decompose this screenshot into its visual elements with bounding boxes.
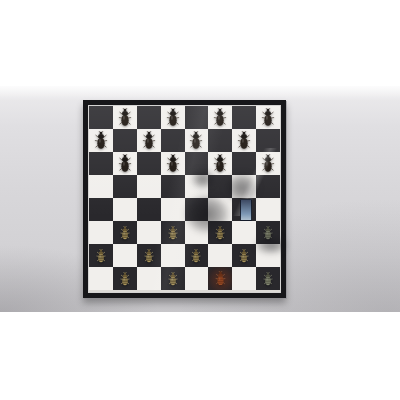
board-frame bbox=[83, 100, 286, 298]
square-r4c8 bbox=[256, 175, 280, 198]
square-r3c7 bbox=[232, 152, 256, 175]
black-beetle-piece bbox=[189, 131, 203, 150]
square-r1c6 bbox=[208, 106, 232, 129]
black-beetle-piece bbox=[94, 131, 108, 150]
square-r3c8 bbox=[256, 152, 280, 175]
square-r8c4 bbox=[161, 267, 185, 290]
black-beetle-piece bbox=[261, 154, 275, 173]
square-r1c8 bbox=[256, 106, 280, 129]
square-r7c7 bbox=[232, 244, 256, 267]
square-r1c3 bbox=[137, 106, 161, 129]
gold-beetle-piece bbox=[144, 249, 154, 263]
black-beetle-piece bbox=[166, 108, 180, 127]
square-r8c1 bbox=[89, 267, 113, 290]
pale-beetle-piece bbox=[263, 272, 273, 286]
black-beetle-piece bbox=[261, 108, 275, 127]
black-beetle-piece bbox=[237, 131, 251, 150]
gold-beetle-piece bbox=[168, 226, 178, 240]
square-r7c5 bbox=[185, 244, 209, 267]
square-r6c3 bbox=[137, 221, 161, 244]
gold-beetle-piece bbox=[120, 272, 130, 286]
square-r2c6 bbox=[208, 129, 232, 152]
gold-beetle-piece bbox=[215, 226, 225, 240]
black-beetle-piece bbox=[142, 131, 156, 150]
gold-beetle-piece bbox=[96, 249, 106, 263]
square-r3c2 bbox=[113, 152, 137, 175]
square-r7c8 bbox=[256, 244, 280, 267]
gold-beetle-piece bbox=[191, 249, 201, 263]
square-r1c1 bbox=[89, 106, 113, 129]
square-r2c7 bbox=[232, 129, 256, 152]
square-r5c7 bbox=[232, 198, 256, 221]
black-beetle-piece bbox=[118, 108, 132, 127]
square-r5c6 bbox=[208, 198, 232, 221]
square-r2c8 bbox=[256, 129, 280, 152]
square-r6c2 bbox=[113, 221, 137, 244]
square-r4c6 bbox=[208, 175, 232, 198]
square-r6c7 bbox=[232, 221, 256, 244]
square-r2c1 bbox=[89, 129, 113, 152]
square-r6c8 bbox=[256, 221, 280, 244]
square-r3c3 bbox=[137, 152, 161, 175]
square-r8c8 bbox=[256, 267, 280, 290]
square-r7c1 bbox=[89, 244, 113, 267]
black-beetle-piece bbox=[213, 108, 227, 127]
square-r4c1 bbox=[89, 175, 113, 198]
black-beetle-piece bbox=[166, 154, 180, 173]
square-r3c5 bbox=[185, 152, 209, 175]
letterbox-bottom bbox=[0, 312, 400, 400]
red-beetle-piece bbox=[215, 271, 226, 286]
square-r7c3 bbox=[137, 244, 161, 267]
square-r6c5 bbox=[185, 221, 209, 244]
black-beetle-piece bbox=[213, 154, 227, 173]
square-r5c3 bbox=[137, 198, 161, 221]
board-grid bbox=[89, 106, 280, 290]
square-r1c2 bbox=[113, 106, 137, 129]
square-r3c1 bbox=[89, 152, 113, 175]
square-r8c7 bbox=[232, 267, 256, 290]
square-r3c4 bbox=[161, 152, 185, 175]
square-r5c1 bbox=[89, 198, 113, 221]
square-r6c6 bbox=[208, 221, 232, 244]
square-r1c5 bbox=[185, 106, 209, 129]
square-r5c8 bbox=[256, 198, 280, 221]
square-r8c2 bbox=[113, 267, 137, 290]
square-r2c3 bbox=[137, 129, 161, 152]
square-r6c4 bbox=[161, 221, 185, 244]
square-r8c6 bbox=[208, 267, 232, 290]
square-r4c4 bbox=[161, 175, 185, 198]
square-r4c7 bbox=[232, 175, 256, 198]
square-r7c2 bbox=[113, 244, 137, 267]
black-beetle-piece bbox=[118, 154, 132, 173]
wall-highlight bbox=[0, 86, 400, 100]
square-r5c4 bbox=[161, 198, 185, 221]
square-r8c5 bbox=[185, 267, 209, 290]
square-r4c3 bbox=[137, 175, 161, 198]
square-r1c4 bbox=[161, 106, 185, 129]
pale-beetle-piece bbox=[263, 226, 273, 240]
square-r2c4 bbox=[161, 129, 185, 152]
square-r4c2 bbox=[113, 175, 137, 198]
square-r7c6 bbox=[208, 244, 232, 267]
screenshot-canvas bbox=[0, 0, 400, 400]
square-r6c1 bbox=[89, 221, 113, 244]
square-r7c4 bbox=[161, 244, 185, 267]
square-r2c5 bbox=[185, 129, 209, 152]
gold-beetle-piece bbox=[168, 272, 178, 286]
square-r4c5 bbox=[185, 175, 209, 198]
gold-beetle-piece bbox=[239, 249, 249, 263]
square-r2c2 bbox=[113, 129, 137, 152]
square-r5c2 bbox=[113, 198, 137, 221]
letterbox-top bbox=[0, 0, 400, 86]
square-r5c5 bbox=[185, 198, 209, 221]
square-r1c7 bbox=[232, 106, 256, 129]
square-r3c6 bbox=[208, 152, 232, 175]
gold-beetle-piece bbox=[120, 226, 130, 240]
square-r8c3 bbox=[137, 267, 161, 290]
